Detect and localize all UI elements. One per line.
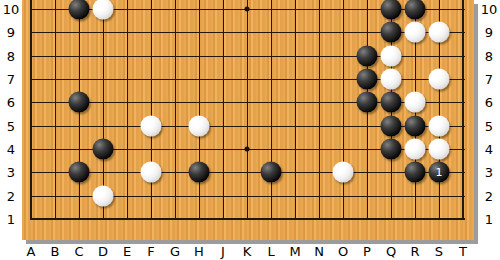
col-label-N: N [307, 244, 331, 259]
stone-white-s5[interactable] [429, 115, 450, 136]
row-label-left-9: 9 [0, 25, 22, 40]
stone-black-p7[interactable] [357, 68, 378, 89]
move-number-label: 1 [436, 167, 443, 178]
stone-white-q7[interactable] [381, 68, 402, 89]
row-label-right-3: 3 [478, 165, 500, 180]
row-label-right-6: 6 [478, 95, 500, 110]
row-label-left-5: 5 [0, 118, 22, 133]
grid-line-row-3 [31, 172, 465, 173]
col-label-R: R [403, 244, 427, 259]
stone-black-c3[interactable] [69, 162, 90, 183]
go-board[interactable]: 1 [22, 0, 474, 240]
col-label-C: C [67, 244, 91, 259]
star-point-k4 [245, 146, 250, 151]
col-label-G: G [163, 244, 187, 259]
row-label-left-8: 8 [0, 48, 22, 63]
row-label-left-10: 10 [0, 2, 22, 17]
col-label-B: B [43, 244, 67, 259]
row-label-right-7: 7 [478, 71, 500, 86]
stone-black-h3[interactable] [189, 162, 210, 183]
stone-black-c10[interactable] [69, 0, 90, 20]
stone-white-s9[interactable] [429, 22, 450, 43]
col-label-J: J [211, 244, 235, 259]
stone-black-r10[interactable] [405, 0, 426, 20]
row-label-right-9: 9 [478, 25, 500, 40]
row-label-left-3: 3 [0, 165, 22, 180]
col-label-K: K [235, 244, 259, 259]
col-label-D: D [91, 244, 115, 259]
row-label-right-8: 8 [478, 48, 500, 63]
row-label-left-1: 1 [0, 211, 22, 226]
stone-white-r6[interactable] [405, 92, 426, 113]
col-label-S: S [427, 244, 451, 259]
stone-black-q5[interactable] [381, 115, 402, 136]
row-label-right-5: 5 [478, 118, 500, 133]
stone-black-q10[interactable] [381, 0, 402, 20]
stone-white-f5[interactable] [141, 115, 162, 136]
col-label-H: H [187, 244, 211, 259]
row-label-left-6: 6 [0, 95, 22, 110]
stone-white-h5[interactable] [189, 115, 210, 136]
row-label-right-4: 4 [478, 141, 500, 156]
stone-black-l3[interactable] [261, 162, 282, 183]
grid-line-row-1 [31, 218, 465, 220]
stone-black-q6[interactable] [381, 92, 402, 113]
stone-white-s4[interactable] [429, 138, 450, 159]
row-label-right-10: 10 [478, 2, 500, 17]
stone-black-p8[interactable] [357, 45, 378, 66]
stone-black-r5[interactable] [405, 115, 426, 136]
stone-white-s7[interactable] [429, 68, 450, 89]
stone-white-r4[interactable] [405, 138, 426, 159]
stone-white-d2[interactable] [93, 185, 114, 206]
stone-white-r9[interactable] [405, 22, 426, 43]
col-label-T: T [451, 244, 475, 259]
col-label-E: E [115, 244, 139, 259]
stone-black-p6[interactable] [357, 92, 378, 113]
row-label-left-4: 4 [0, 141, 22, 156]
stone-black-r3[interactable] [405, 162, 426, 183]
col-label-Q: Q [379, 244, 403, 259]
go-board-screenshot: 1 10987654321 10987654321 ABCDEFGHJKLMNO… [0, 0, 500, 260]
stone-black-q9[interactable] [381, 22, 402, 43]
col-label-A: A [19, 244, 43, 259]
col-label-M: M [283, 244, 307, 259]
stone-black-d4[interactable] [93, 138, 114, 159]
col-label-O: O [331, 244, 355, 259]
row-label-right-2: 2 [478, 188, 500, 203]
col-label-L: L [259, 244, 283, 259]
stone-black-c6[interactable] [69, 92, 90, 113]
stone-white-q8[interactable] [381, 45, 402, 66]
col-label-F: F [139, 244, 163, 259]
row-label-right-1: 1 [478, 211, 500, 226]
stone-white-o3[interactable] [333, 162, 354, 183]
col-label-P: P [355, 244, 379, 259]
row-label-left-2: 2 [0, 188, 22, 203]
star-point-k10 [245, 7, 250, 12]
stone-black-q4[interactable] [381, 138, 402, 159]
row-label-left-7: 7 [0, 71, 22, 86]
stone-white-d10[interactable] [93, 0, 114, 20]
stone-white-f3[interactable] [141, 162, 162, 183]
stone-black-s3[interactable]: 1 [429, 162, 450, 183]
